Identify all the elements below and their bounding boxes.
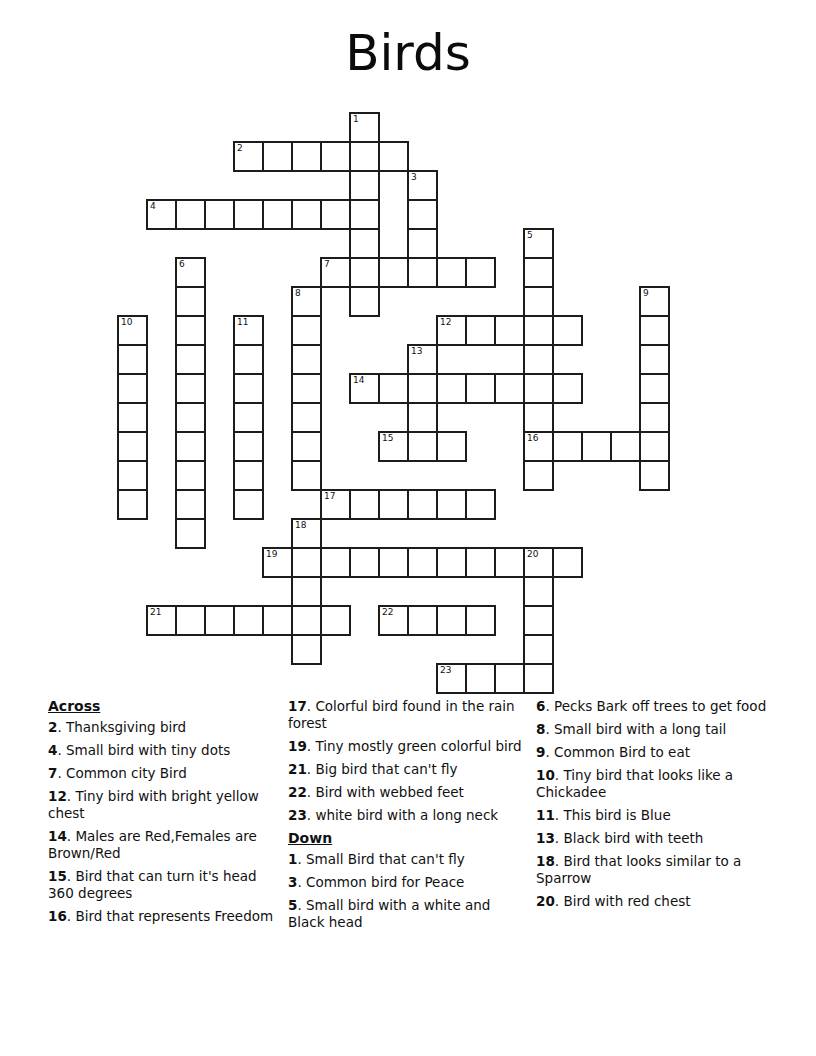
cell-number: 19 bbox=[264, 549, 277, 559]
cell-number: 22 bbox=[380, 607, 393, 617]
clue-text: Pecks Bark off trees to get food bbox=[554, 698, 766, 714]
clue-number: 17 bbox=[288, 698, 307, 714]
cell-number: 3 bbox=[409, 172, 417, 182]
clue-text: Big bird that can't fly bbox=[315, 761, 457, 777]
clue-number: 18 bbox=[536, 853, 555, 869]
grid-cell[interactable] bbox=[291, 141, 322, 172]
grid-cell[interactable] bbox=[407, 489, 438, 520]
clue-number: 4 bbox=[48, 742, 57, 758]
cell-number: 13 bbox=[409, 346, 422, 356]
grid-cell[interactable] bbox=[378, 141, 409, 172]
crossword-grid: 1234567891011121314151617181920212223 bbox=[117, 112, 670, 694]
grid-cell[interactable] bbox=[494, 663, 525, 694]
clue-item: 21. Big bird that can't fly bbox=[288, 761, 528, 778]
grid-cell[interactable] bbox=[465, 547, 496, 578]
grid-cell[interactable] bbox=[291, 344, 322, 375]
clue-item: 6. Pecks Bark off trees to get food bbox=[536, 698, 780, 715]
clue-column-3: 6. Pecks Bark off trees to get food8. Sm… bbox=[536, 698, 780, 937]
grid-cell[interactable] bbox=[407, 257, 438, 288]
clue-number: 6 bbox=[536, 698, 545, 714]
grid-cell[interactable] bbox=[465, 373, 496, 404]
clue-text: Small Bird that can't fly bbox=[306, 851, 465, 867]
grid-cell[interactable] bbox=[523, 257, 554, 288]
grid-cell[interactable] bbox=[349, 228, 380, 259]
grid-cell[interactable] bbox=[233, 199, 264, 230]
cell-number: 7 bbox=[322, 259, 330, 269]
clue-item: 14. Males are Red,Females are Brown/Red bbox=[48, 828, 280, 862]
grid-cell[interactable] bbox=[291, 576, 322, 607]
grid-cell[interactable] bbox=[407, 228, 438, 259]
grid-cell[interactable] bbox=[175, 489, 206, 520]
clue-item: 22. Bird with webbed feet bbox=[288, 784, 528, 801]
clue-item: 3. Common bird for Peace bbox=[288, 874, 528, 891]
grid-cell[interactable] bbox=[175, 199, 206, 230]
down-heading: Down bbox=[288, 830, 528, 847]
clue-item: 1. Small Bird that can't fly bbox=[288, 851, 528, 868]
grid-cell[interactable] bbox=[494, 547, 525, 578]
grid-cell[interactable] bbox=[291, 315, 322, 346]
clue-number: 8 bbox=[536, 721, 545, 737]
grid-cell[interactable] bbox=[552, 373, 583, 404]
grid-cell[interactable] bbox=[523, 315, 554, 346]
grid-cell[interactable] bbox=[175, 344, 206, 375]
grid-cell[interactable] bbox=[639, 373, 670, 404]
grid-cell[interactable] bbox=[233, 489, 264, 520]
grid-cell[interactable] bbox=[233, 402, 264, 433]
grid-cell[interactable] bbox=[494, 373, 525, 404]
clue-item: 13. Black bird with teeth bbox=[536, 830, 780, 847]
grid-cell[interactable] bbox=[233, 431, 264, 462]
grid-cell[interactable] bbox=[552, 547, 583, 578]
cell-number: 8 bbox=[293, 288, 301, 298]
cell-number: 17 bbox=[322, 491, 335, 501]
grid-cell[interactable] bbox=[117, 344, 148, 375]
grid-cell[interactable] bbox=[407, 402, 438, 433]
grid-cell[interactable] bbox=[436, 373, 467, 404]
clue-text: Thanksgiving bird bbox=[66, 719, 186, 735]
grid-cell[interactable] bbox=[436, 489, 467, 520]
grid-cell[interactable] bbox=[523, 605, 554, 636]
cell-number: 2 bbox=[235, 143, 243, 153]
cell-number: 18 bbox=[293, 520, 306, 530]
clue-text: white bird with a long neck bbox=[315, 807, 498, 823]
grid-cell[interactable] bbox=[233, 460, 264, 491]
cell-number: 5 bbox=[525, 230, 533, 240]
grid-cell[interactable] bbox=[639, 344, 670, 375]
grid-cell[interactable] bbox=[523, 576, 554, 607]
clue-text: Males are Red,Females are Brown/Red bbox=[48, 828, 257, 861]
grid-cell[interactable] bbox=[378, 373, 409, 404]
grid-cell[interactable] bbox=[349, 547, 380, 578]
grid-cell[interactable] bbox=[291, 199, 322, 230]
clue-text: Bird with webbed feet bbox=[315, 784, 463, 800]
grid-cell[interactable] bbox=[639, 431, 670, 462]
clue-text: Bird with red chest bbox=[563, 893, 690, 909]
clue-column-2: 17. Colorful bird found in the rain fore… bbox=[288, 698, 528, 937]
grid-cell[interactable] bbox=[523, 402, 554, 433]
grid-cell[interactable] bbox=[436, 605, 467, 636]
grid-cell[interactable] bbox=[523, 634, 554, 665]
grid-cell[interactable] bbox=[175, 518, 206, 549]
grid-cell[interactable] bbox=[523, 663, 554, 694]
grid-cell[interactable] bbox=[175, 286, 206, 317]
clue-number: 12 bbox=[48, 788, 67, 804]
clue-number: 23 bbox=[288, 807, 307, 823]
across-heading: Across bbox=[48, 698, 280, 715]
clue-text: Common city Bird bbox=[66, 765, 187, 781]
cell-number: 16 bbox=[525, 433, 538, 443]
cell-number: 11 bbox=[235, 317, 248, 327]
clue-item: 19. Tiny mostly green colorful bird bbox=[288, 738, 528, 755]
cell-number: 9 bbox=[641, 288, 649, 298]
grid-cell[interactable] bbox=[291, 547, 322, 578]
grid-cell[interactable] bbox=[436, 547, 467, 578]
clue-number: 1 bbox=[288, 851, 297, 867]
clue-item: 23. white bird with a long neck bbox=[288, 807, 528, 824]
grid-cell[interactable] bbox=[204, 605, 235, 636]
grid-cell[interactable] bbox=[291, 402, 322, 433]
clue-item: 18. Bird that looks similar to a Sparrow bbox=[536, 853, 780, 887]
grid-cell[interactable] bbox=[233, 344, 264, 375]
grid-cell[interactable] bbox=[610, 431, 641, 462]
grid-cell[interactable] bbox=[494, 315, 525, 346]
clue-text: Tiny bird that looks like a Chickadee bbox=[536, 767, 733, 800]
clue-number: 3 bbox=[288, 874, 297, 890]
grid-cell[interactable] bbox=[291, 373, 322, 404]
grid-cell[interactable] bbox=[175, 460, 206, 491]
clues-section: Across2. Thanksgiving bird4. Small bird … bbox=[48, 698, 784, 937]
grid-cell[interactable] bbox=[175, 605, 206, 636]
grid-cell[interactable] bbox=[349, 141, 380, 172]
cell-number: 10 bbox=[119, 317, 132, 327]
cell-number: 12 bbox=[438, 317, 451, 327]
cell-number: 15 bbox=[380, 433, 393, 443]
grid-cell[interactable] bbox=[175, 402, 206, 433]
grid-cell[interactable] bbox=[407, 199, 438, 230]
clue-number: 14 bbox=[48, 828, 67, 844]
puzzle-title: Birds bbox=[0, 24, 816, 82]
clue-item: 5. Small bird with a white and Black hea… bbox=[288, 897, 528, 931]
grid-cell[interactable] bbox=[175, 431, 206, 462]
grid-cell[interactable] bbox=[552, 431, 583, 462]
grid-cell[interactable] bbox=[465, 315, 496, 346]
grid-cell[interactable] bbox=[320, 141, 351, 172]
grid-cell[interactable] bbox=[291, 634, 322, 665]
grid-cell[interactable] bbox=[523, 373, 554, 404]
clue-number: 9 bbox=[536, 744, 545, 760]
cell-number: 6 bbox=[177, 259, 185, 269]
grid-cell[interactable] bbox=[233, 605, 264, 636]
grid-cell[interactable] bbox=[581, 431, 612, 462]
grid-cell[interactable] bbox=[349, 489, 380, 520]
grid-cell[interactable] bbox=[378, 257, 409, 288]
clue-item: 7. Common city Bird bbox=[48, 765, 280, 782]
grid-cell[interactable] bbox=[262, 605, 293, 636]
grid-cell[interactable] bbox=[407, 605, 438, 636]
clue-text: Bird that looks similar to a Sparrow bbox=[536, 853, 741, 886]
clue-text: This bird is Blue bbox=[563, 807, 670, 823]
grid-cell[interactable] bbox=[407, 373, 438, 404]
clue-text: Black bird with teeth bbox=[563, 830, 703, 846]
clue-number: 20 bbox=[536, 893, 555, 909]
grid-cell[interactable] bbox=[320, 605, 351, 636]
grid-cell[interactable] bbox=[204, 199, 235, 230]
grid-cell[interactable] bbox=[465, 605, 496, 636]
clue-number: 2 bbox=[48, 719, 57, 735]
clue-number: 7 bbox=[48, 765, 57, 781]
clue-text: Bird that represents Freedom bbox=[75, 908, 273, 924]
grid-cell[interactable] bbox=[349, 199, 380, 230]
grid-cell[interactable] bbox=[117, 431, 148, 462]
cell-number: 1 bbox=[351, 114, 359, 124]
grid-cell[interactable] bbox=[523, 344, 554, 375]
clue-number: 10 bbox=[536, 767, 555, 783]
worksheet-page: { "title": "Birds", "game": "crossword",… bbox=[0, 0, 816, 1056]
grid-cell[interactable] bbox=[117, 402, 148, 433]
grid-cell[interactable] bbox=[320, 199, 351, 230]
grid-cell[interactable] bbox=[407, 431, 438, 462]
grid-cell[interactable] bbox=[291, 605, 322, 636]
clue-text: Small bird with a long tail bbox=[554, 721, 726, 737]
clue-item: 20. Bird with red chest bbox=[536, 893, 780, 910]
clue-text: Bird that can turn it's head 360 degrees bbox=[48, 868, 257, 901]
grid-cell[interactable] bbox=[233, 373, 264, 404]
grid-cell[interactable] bbox=[291, 431, 322, 462]
grid-cell[interactable] bbox=[436, 257, 467, 288]
cell-number: 4 bbox=[148, 201, 156, 211]
grid-cell[interactable] bbox=[436, 431, 467, 462]
grid-cell[interactable] bbox=[523, 460, 554, 491]
grid-cell[interactable] bbox=[262, 141, 293, 172]
grid-cell[interactable] bbox=[349, 257, 380, 288]
grid-cell[interactable] bbox=[639, 460, 670, 491]
clue-item: 8. Small bird with a long tail bbox=[536, 721, 780, 738]
clue-number: 16 bbox=[48, 908, 67, 924]
grid-cell[interactable] bbox=[407, 547, 438, 578]
grid-cell[interactable] bbox=[523, 286, 554, 317]
clue-item: 2. Thanksgiving bird bbox=[48, 719, 280, 736]
clue-column-1: Across2. Thanksgiving bird4. Small bird … bbox=[48, 698, 280, 937]
cell-number: 21 bbox=[148, 607, 161, 617]
clue-text: Common Bird to eat bbox=[554, 744, 690, 760]
clue-item: 12. Tiny bird with bright yellow chest bbox=[48, 788, 280, 822]
grid-cell[interactable] bbox=[291, 460, 322, 491]
grid-cell[interactable] bbox=[117, 489, 148, 520]
clue-number: 13 bbox=[536, 830, 555, 846]
grid-cell[interactable] bbox=[117, 460, 148, 491]
grid-cell[interactable] bbox=[349, 170, 380, 201]
grid-cell[interactable] bbox=[465, 489, 496, 520]
grid-cell[interactable] bbox=[378, 547, 409, 578]
clue-number: 11 bbox=[536, 807, 555, 823]
clue-number: 19 bbox=[288, 738, 307, 754]
grid-cell[interactable] bbox=[639, 402, 670, 433]
grid-cell[interactable] bbox=[320, 547, 351, 578]
grid-cell[interactable] bbox=[552, 315, 583, 346]
clue-item: 11. This bird is Blue bbox=[536, 807, 780, 824]
clue-item: 15. Bird that can turn it's head 360 deg… bbox=[48, 868, 280, 902]
clue-text: Colorful bird found in the rain forest bbox=[288, 698, 515, 731]
grid-cell[interactable] bbox=[639, 315, 670, 346]
grid-cell[interactable] bbox=[262, 199, 293, 230]
grid-cell[interactable] bbox=[378, 489, 409, 520]
grid-cell[interactable] bbox=[465, 663, 496, 694]
clue-text: Tiny mostly green colorful bird bbox=[315, 738, 521, 754]
grid-cell[interactable] bbox=[465, 257, 496, 288]
grid-cell[interactable] bbox=[175, 373, 206, 404]
grid-cell[interactable] bbox=[117, 373, 148, 404]
clue-number: 21 bbox=[288, 761, 307, 777]
cell-number: 23 bbox=[438, 665, 451, 675]
clue-number: 15 bbox=[48, 868, 67, 884]
grid-cell[interactable] bbox=[175, 315, 206, 346]
cell-number: 14 bbox=[351, 375, 364, 385]
clue-text: Common bird for Peace bbox=[306, 874, 464, 890]
clue-item: 9. Common Bird to eat bbox=[536, 744, 780, 761]
clue-text: Tiny bird with bright yellow chest bbox=[48, 788, 259, 821]
clue-item: 10. Tiny bird that looks like a Chickade… bbox=[536, 767, 780, 801]
clue-item: 17. Colorful bird found in the rain fore… bbox=[288, 698, 528, 732]
clue-item: 4. Small bird with tiny dots bbox=[48, 742, 280, 759]
cell-number: 20 bbox=[525, 549, 538, 559]
clue-number: 22 bbox=[288, 784, 307, 800]
clue-number: 5 bbox=[288, 897, 297, 913]
clue-item: 16. Bird that represents Freedom bbox=[48, 908, 280, 925]
clue-text: Small bird with tiny dots bbox=[66, 742, 230, 758]
grid-cell[interactable] bbox=[349, 286, 380, 317]
clue-text: Small bird with a white and Black head bbox=[288, 897, 490, 930]
